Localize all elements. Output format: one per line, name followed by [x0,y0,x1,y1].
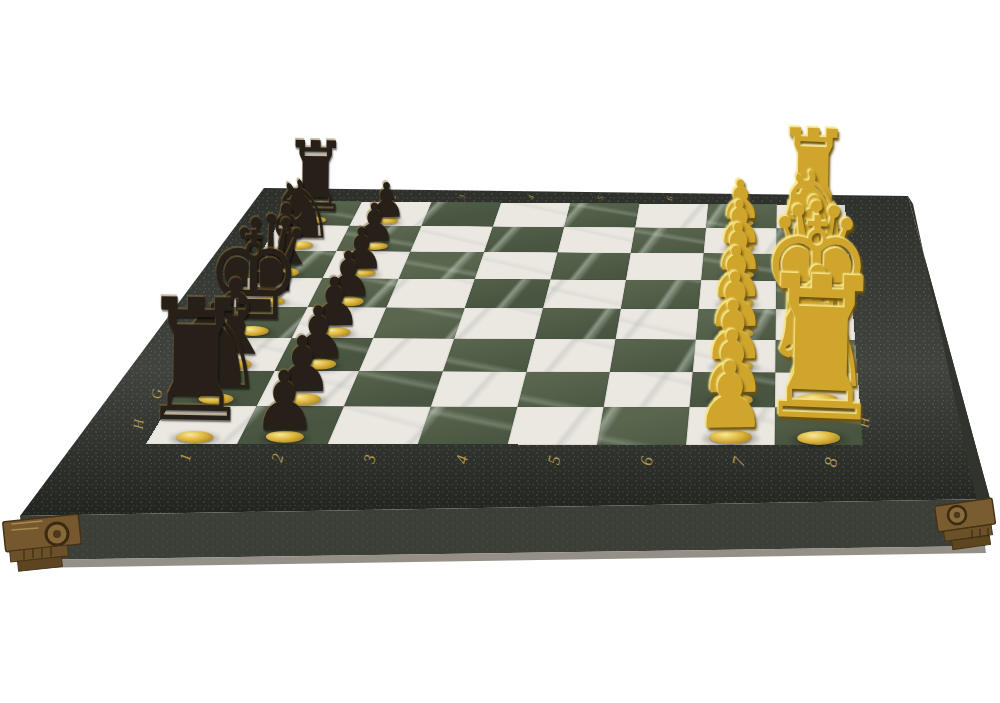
square-a6[interactable] [635,204,708,228]
piece-dark-pawn-h2[interactable]: ♟ [252,363,318,439]
square-c5[interactable] [550,252,630,279]
square-f3[interactable] [359,338,454,371]
square-h3[interactable] [328,406,431,444]
square-g6[interactable] [604,372,693,407]
square-b5[interactable] [557,227,635,253]
square-g4[interactable] [431,371,527,406]
square-b6[interactable] [631,227,706,253]
square-d6[interactable] [621,280,701,309]
square-g3[interactable] [344,371,443,406]
square-a4[interactable] [493,203,571,228]
square-d4[interactable] [465,279,551,308]
square-h6[interactable] [597,407,689,445]
square-c3[interactable] [399,252,484,280]
square-e3[interactable] [373,308,465,339]
square-g5[interactable] [517,372,609,407]
square-a3[interactable] [421,202,501,227]
square-e5[interactable] [535,308,621,339]
chess-set-photo: 1234567812345678HGH ♜♞♝♛♚♝♞♜♜♟♟♟♟♟♟♟♟♟♟♟… [0,0,1000,703]
square-b4[interactable] [484,227,564,253]
square-c4[interactable] [475,252,558,279]
square-e4[interactable] [454,308,543,339]
square-d5[interactable] [543,279,626,308]
square-d3[interactable] [386,279,474,308]
square-c6[interactable] [626,253,704,280]
piece-dark-rook-h1[interactable]: ♜ [139,283,252,440]
square-f4[interactable] [443,339,535,372]
square-b3[interactable] [410,226,492,252]
square-e6[interactable] [616,309,699,340]
square-f6[interactable] [610,339,696,372]
square-f5[interactable] [527,339,616,372]
square-h4[interactable] [418,407,518,445]
square-h5[interactable] [508,407,604,445]
square-a5[interactable] [564,203,639,227]
piece-gold-rook-h8[interactable]: ♜ [753,256,887,442]
